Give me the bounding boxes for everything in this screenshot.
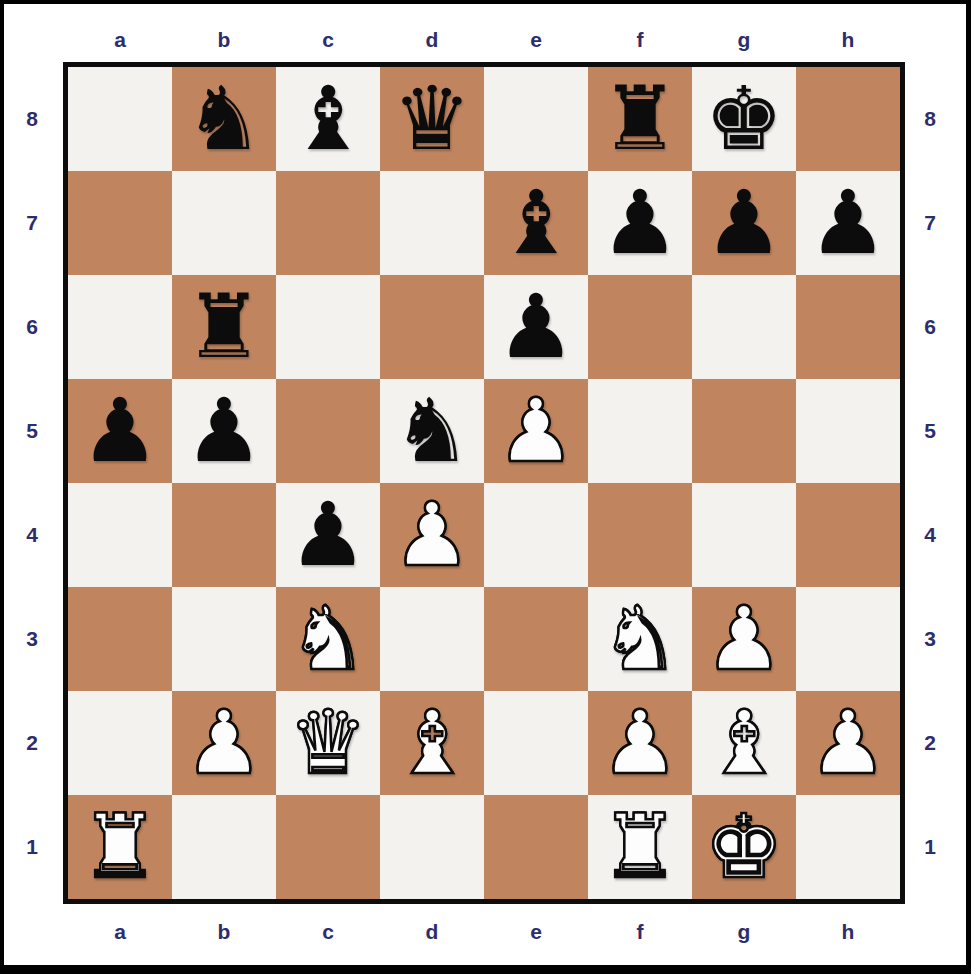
square-g1[interactable]: ♚ bbox=[692, 795, 796, 899]
square-f2[interactable]: ♟ bbox=[588, 691, 692, 795]
white-pawn: ♟ bbox=[601, 691, 680, 795]
white-king: ♚ bbox=[705, 795, 784, 899]
board-grid: ♞♝♛♜♚♝♟♟♟♜♟♟♟♞♟♟♟♞♞♟♟♛♝♟♝♟♜♜♚ bbox=[68, 67, 900, 899]
square-a3[interactable] bbox=[68, 587, 172, 691]
file-labels-top: abcdefgh bbox=[68, 20, 900, 60]
square-e7[interactable]: ♝ bbox=[484, 171, 588, 275]
file-label-c-bottom: c bbox=[276, 912, 380, 952]
rank-label-7-right: 7 bbox=[910, 171, 950, 275]
rank-label-4-right: 4 bbox=[910, 483, 950, 587]
square-e2[interactable] bbox=[484, 691, 588, 795]
rank-label-3-right: 3 bbox=[910, 587, 950, 691]
square-f5[interactable] bbox=[588, 379, 692, 483]
square-b8[interactable]: ♞ bbox=[172, 67, 276, 171]
chess-board: ♞♝♛♜♚♝♟♟♟♜♟♟♟♞♟♟♟♞♞♟♟♛♝♟♝♟♜♜♚ bbox=[63, 62, 905, 904]
white-pawn: ♟ bbox=[705, 587, 784, 691]
rank-label-1-right: 1 bbox=[910, 795, 950, 899]
square-a8[interactable] bbox=[68, 67, 172, 171]
square-h7[interactable]: ♟ bbox=[796, 171, 900, 275]
rank-label-2-left: 2 bbox=[12, 691, 52, 795]
black-pawn: ♟ bbox=[81, 379, 160, 483]
black-pawn: ♟ bbox=[289, 483, 368, 587]
square-d5[interactable]: ♞ bbox=[380, 379, 484, 483]
square-e1[interactable] bbox=[484, 795, 588, 899]
square-d2[interactable]: ♝ bbox=[380, 691, 484, 795]
square-e5[interactable]: ♟ bbox=[484, 379, 588, 483]
square-d7[interactable] bbox=[380, 171, 484, 275]
white-bishop: ♝ bbox=[705, 691, 784, 795]
square-f3[interactable]: ♞ bbox=[588, 587, 692, 691]
square-f8[interactable]: ♜ bbox=[588, 67, 692, 171]
file-label-g-top: g bbox=[692, 20, 796, 60]
square-b1[interactable] bbox=[172, 795, 276, 899]
rank-label-2-right: 2 bbox=[910, 691, 950, 795]
square-g2[interactable]: ♝ bbox=[692, 691, 796, 795]
file-label-e-bottom: e bbox=[484, 912, 588, 952]
rank-label-8-left: 8 bbox=[12, 67, 52, 171]
white-rook: ♜ bbox=[601, 795, 680, 899]
square-h1[interactable] bbox=[796, 795, 900, 899]
white-queen: ♛ bbox=[289, 691, 368, 795]
square-d8[interactable]: ♛ bbox=[380, 67, 484, 171]
square-e3[interactable] bbox=[484, 587, 588, 691]
square-b6[interactable]: ♜ bbox=[172, 275, 276, 379]
white-pawn: ♟ bbox=[809, 691, 888, 795]
black-rook: ♜ bbox=[601, 67, 680, 171]
black-pawn: ♟ bbox=[497, 275, 576, 379]
square-d4[interactable]: ♟ bbox=[380, 483, 484, 587]
black-bishop: ♝ bbox=[497, 171, 576, 275]
square-d6[interactable] bbox=[380, 275, 484, 379]
white-rook: ♜ bbox=[81, 795, 160, 899]
square-c2[interactable]: ♛ bbox=[276, 691, 380, 795]
square-c5[interactable] bbox=[276, 379, 380, 483]
white-bishop: ♝ bbox=[393, 691, 472, 795]
square-f4[interactable] bbox=[588, 483, 692, 587]
square-b7[interactable] bbox=[172, 171, 276, 275]
square-a6[interactable] bbox=[68, 275, 172, 379]
rank-label-8-right: 8 bbox=[910, 67, 950, 171]
square-a2[interactable] bbox=[68, 691, 172, 795]
square-b3[interactable] bbox=[172, 587, 276, 691]
file-label-h-bottom: h bbox=[796, 912, 900, 952]
square-e6[interactable]: ♟ bbox=[484, 275, 588, 379]
black-rook: ♜ bbox=[185, 275, 264, 379]
square-d3[interactable] bbox=[380, 587, 484, 691]
rank-label-6-right: 6 bbox=[910, 275, 950, 379]
square-d1[interactable] bbox=[380, 795, 484, 899]
square-c3[interactable]: ♞ bbox=[276, 587, 380, 691]
white-pawn: ♟ bbox=[497, 379, 576, 483]
square-h6[interactable] bbox=[796, 275, 900, 379]
black-pawn: ♟ bbox=[185, 379, 264, 483]
square-h8[interactable] bbox=[796, 67, 900, 171]
file-label-b-top: b bbox=[172, 20, 276, 60]
file-label-d-bottom: d bbox=[380, 912, 484, 952]
file-label-a-top: a bbox=[68, 20, 172, 60]
black-bishop: ♝ bbox=[289, 67, 368, 171]
rank-label-4-left: 4 bbox=[12, 483, 52, 587]
rank-label-5-left: 5 bbox=[12, 379, 52, 483]
square-c1[interactable] bbox=[276, 795, 380, 899]
rank-label-1-left: 1 bbox=[12, 795, 52, 899]
square-c7[interactable] bbox=[276, 171, 380, 275]
white-pawn: ♟ bbox=[393, 483, 472, 587]
square-a4[interactable] bbox=[68, 483, 172, 587]
square-c4[interactable]: ♟ bbox=[276, 483, 380, 587]
square-g3[interactable]: ♟ bbox=[692, 587, 796, 691]
file-label-f-top: f bbox=[588, 20, 692, 60]
square-a7[interactable] bbox=[68, 171, 172, 275]
rank-label-7-left: 7 bbox=[12, 171, 52, 275]
white-knight: ♞ bbox=[601, 587, 680, 691]
square-b4[interactable] bbox=[172, 483, 276, 587]
square-c6[interactable] bbox=[276, 275, 380, 379]
rank-labels-left: 87654321 bbox=[12, 67, 52, 899]
black-queen: ♛ bbox=[393, 67, 472, 171]
file-label-e-top: e bbox=[484, 20, 588, 60]
white-pawn: ♟ bbox=[185, 691, 264, 795]
black-pawn: ♟ bbox=[809, 171, 888, 275]
rank-label-5-right: 5 bbox=[910, 379, 950, 483]
square-b5[interactable]: ♟ bbox=[172, 379, 276, 483]
square-b2[interactable]: ♟ bbox=[172, 691, 276, 795]
file-label-g-bottom: g bbox=[692, 912, 796, 952]
square-g8[interactable]: ♚ bbox=[692, 67, 796, 171]
square-h2[interactable]: ♟ bbox=[796, 691, 900, 795]
file-label-h-top: h bbox=[796, 20, 900, 60]
rank-label-6-left: 6 bbox=[12, 275, 52, 379]
file-label-b-bottom: b bbox=[172, 912, 276, 952]
square-a5[interactable]: ♟ bbox=[68, 379, 172, 483]
square-g4[interactable] bbox=[692, 483, 796, 587]
black-king: ♚ bbox=[705, 67, 784, 171]
rank-labels-right: 87654321 bbox=[910, 67, 950, 899]
square-e4[interactable] bbox=[484, 483, 588, 587]
square-h3[interactable] bbox=[796, 587, 900, 691]
square-f1[interactable]: ♜ bbox=[588, 795, 692, 899]
black-pawn: ♟ bbox=[705, 171, 784, 275]
square-a1[interactable]: ♜ bbox=[68, 795, 172, 899]
square-f7[interactable]: ♟ bbox=[588, 171, 692, 275]
file-labels-bottom: abcdefgh bbox=[68, 912, 900, 952]
rank-label-3-left: 3 bbox=[12, 587, 52, 691]
square-c8[interactable]: ♝ bbox=[276, 67, 380, 171]
square-f6[interactable] bbox=[588, 275, 692, 379]
square-h4[interactable] bbox=[796, 483, 900, 587]
black-knight: ♞ bbox=[185, 67, 264, 171]
file-label-c-top: c bbox=[276, 20, 380, 60]
square-g5[interactable] bbox=[692, 379, 796, 483]
square-e8[interactable] bbox=[484, 67, 588, 171]
white-knight: ♞ bbox=[289, 587, 368, 691]
file-label-d-top: d bbox=[380, 20, 484, 60]
file-label-f-bottom: f bbox=[588, 912, 692, 952]
square-g7[interactable]: ♟ bbox=[692, 171, 796, 275]
chess-diagram: abcdefgh 87654321 ♞♝♛♜♚♝♟♟♟♜♟♟♟♞♟♟♟♞♞♟♟♛… bbox=[0, 0, 971, 974]
file-label-a-bottom: a bbox=[68, 912, 172, 952]
square-g6[interactable] bbox=[692, 275, 796, 379]
square-h5[interactable] bbox=[796, 379, 900, 483]
black-pawn: ♟ bbox=[601, 171, 680, 275]
black-knight: ♞ bbox=[393, 379, 472, 483]
